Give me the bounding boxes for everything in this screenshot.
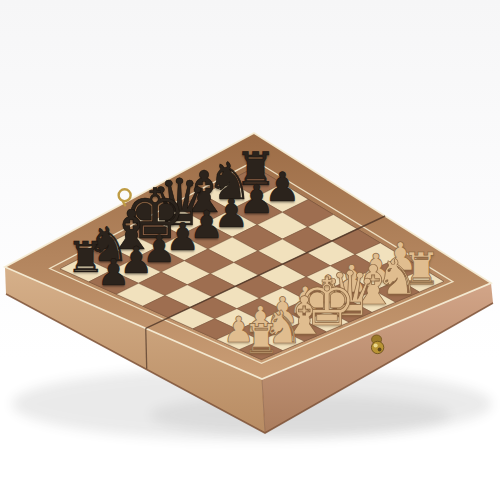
chess-board	[0, 0, 500, 479]
product-photo: ♜♞♟♝♟♛♟♚♟♝♟♞♟♟♜♟♟♜♟♟♞♟♝♟♛♟♚♟♝♟♞♜	[0, 0, 500, 479]
